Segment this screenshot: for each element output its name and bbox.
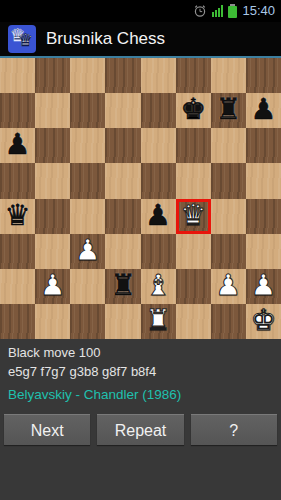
- square-c3[interactable]: ♟: [70, 234, 105, 269]
- square-b5[interactable]: [35, 163, 70, 198]
- square-d5[interactable]: [105, 163, 140, 198]
- white-queen-f4: ♛: [180, 201, 206, 230]
- square-f6[interactable]: [176, 128, 211, 163]
- alarm-icon: [193, 4, 207, 18]
- square-e7[interactable]: [141, 93, 176, 128]
- square-c6[interactable]: [70, 128, 105, 163]
- square-a2[interactable]: [0, 269, 35, 304]
- square-c1[interactable]: [70, 304, 105, 339]
- square-h8[interactable]: [246, 58, 281, 93]
- square-d3[interactable]: [105, 234, 140, 269]
- black-queen-a4: ♛: [5, 201, 31, 230]
- square-d1[interactable]: [105, 304, 140, 339]
- square-h7[interactable]: ♟: [246, 93, 281, 128]
- square-g8[interactable]: [211, 58, 246, 93]
- app-bar: ♛ ♛ Brusnika Chess: [0, 22, 281, 56]
- square-g4[interactable]: [211, 199, 246, 234]
- square-h4[interactable]: [246, 199, 281, 234]
- status-bar: 15:40: [0, 0, 281, 22]
- repeat-button[interactable]: Repeat: [97, 414, 183, 445]
- move-info-panel: Black move 100 e5g7 f7g7 g3b8 g8f7 b8f4 …: [0, 339, 281, 405]
- square-c8[interactable]: [70, 58, 105, 93]
- square-b3[interactable]: [35, 234, 70, 269]
- chess-board: ♚♜♟♟♛♟♛♟♟♜♝♟♟♜♚: [0, 58, 281, 339]
- black-rook-d2: ♜: [110, 271, 136, 300]
- square-h2[interactable]: ♟: [246, 269, 281, 304]
- black-rook-g7: ♜: [215, 95, 241, 124]
- square-a6[interactable]: ♟: [0, 128, 35, 163]
- phone-screen: 15:40 ♛ ♛ Brusnika Chess ♚♜♟♟♛♟♛♟♟♜♝♟♟♜♚…: [0, 0, 281, 500]
- square-f8[interactable]: [176, 58, 211, 93]
- square-h6[interactable]: [246, 128, 281, 163]
- square-h5[interactable]: [246, 163, 281, 198]
- square-g7[interactable]: ♜: [211, 93, 246, 128]
- next-button[interactable]: Next: [4, 414, 90, 445]
- square-f5[interactable]: [176, 163, 211, 198]
- white-pawn-h2: ♟: [250, 271, 276, 300]
- square-h1[interactable]: ♚: [246, 304, 281, 339]
- square-h3[interactable]: [246, 234, 281, 269]
- square-b7[interactable]: [35, 93, 70, 128]
- square-e8[interactable]: [141, 58, 176, 93]
- app-logo-icon: ♛ ♛: [8, 25, 36, 53]
- square-b8[interactable]: [35, 58, 70, 93]
- square-a8[interactable]: [0, 58, 35, 93]
- square-a1[interactable]: [0, 304, 35, 339]
- square-c5[interactable]: [70, 163, 105, 198]
- square-e3[interactable]: [141, 234, 176, 269]
- hint-button[interactable]: ?: [191, 414, 277, 445]
- square-g1[interactable]: [211, 304, 246, 339]
- white-pawn-g2: ♟: [215, 271, 241, 300]
- white-rook-e1: ♜: [145, 306, 171, 335]
- square-b6[interactable]: [35, 128, 70, 163]
- square-f2[interactable]: [176, 269, 211, 304]
- square-b2[interactable]: ♟: [35, 269, 70, 304]
- square-c7[interactable]: [70, 93, 105, 128]
- square-a4[interactable]: ♛: [0, 199, 35, 234]
- black-pawn-a6: ♟: [5, 130, 31, 159]
- square-c4[interactable]: [70, 199, 105, 234]
- move-status-text: Black move 100: [8, 344, 273, 362]
- square-g5[interactable]: [211, 163, 246, 198]
- battery-icon: [228, 6, 237, 18]
- square-a5[interactable]: [0, 163, 35, 198]
- square-f3[interactable]: [176, 234, 211, 269]
- square-d2[interactable]: ♜: [105, 269, 140, 304]
- white-pawn-b2: ♟: [40, 271, 66, 300]
- square-f4[interactable]: ♛: [176, 199, 211, 234]
- square-c2[interactable]: [70, 269, 105, 304]
- square-g2[interactable]: ♟: [211, 269, 246, 304]
- status-bar-clock: 15:40: [242, 0, 275, 22]
- square-e5[interactable]: [141, 163, 176, 198]
- black-king-f7: ♚: [180, 95, 206, 124]
- square-e4[interactable]: ♟: [141, 199, 176, 234]
- square-b4[interactable]: [35, 199, 70, 234]
- square-d6[interactable]: [105, 128, 140, 163]
- square-d8[interactable]: [105, 58, 140, 93]
- black-pawn-e4: ♟: [145, 201, 171, 230]
- square-b1[interactable]: [35, 304, 70, 339]
- square-f1[interactable]: [176, 304, 211, 339]
- square-d7[interactable]: [105, 93, 140, 128]
- square-e2[interactable]: ♝: [141, 269, 176, 304]
- square-d4[interactable]: [105, 199, 140, 234]
- black-pawn-h7: ♟: [250, 95, 276, 124]
- control-buttons: Next Repeat ?: [0, 414, 281, 445]
- square-a3[interactable]: [0, 234, 35, 269]
- logo-white-queen-icon: ♛: [18, 32, 33, 49]
- square-g3[interactable]: [211, 234, 246, 269]
- white-king-h1: ♚: [250, 306, 276, 335]
- app-title: Brusnika Chess: [46, 29, 165, 49]
- game-reference-text: Belyavskiy - Chandler (1986): [8, 384, 273, 405]
- square-g6[interactable]: [211, 128, 246, 163]
- signal-strength-icon: [212, 5, 223, 17]
- move-list-text: e5g7 f7g7 g3b8 g8f7 b8f4: [8, 362, 273, 381]
- white-bishop-e2: ♝: [145, 271, 171, 300]
- square-f7[interactable]: ♚: [176, 93, 211, 128]
- square-e1[interactable]: ♜: [141, 304, 176, 339]
- square-e6[interactable]: [141, 128, 176, 163]
- square-a7[interactable]: [0, 93, 35, 128]
- white-pawn-c3: ♟: [75, 236, 101, 265]
